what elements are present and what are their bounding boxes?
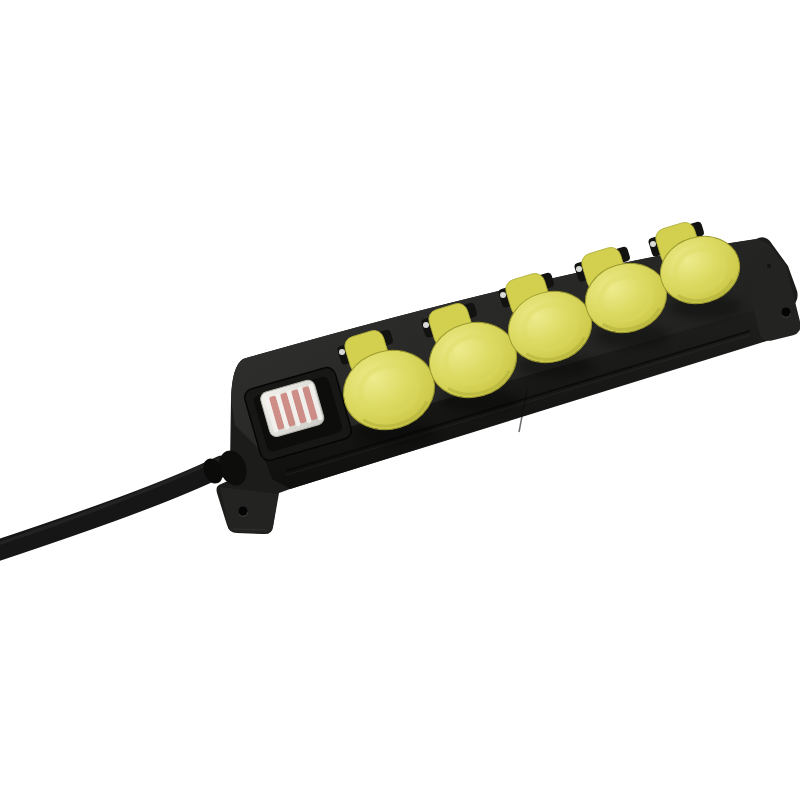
right-flange-dimple [767,264,771,268]
hinge-pin [576,266,582,272]
left-mounting-flange [220,487,278,533]
right-screw-hole [782,308,791,317]
left-flange-face [220,487,278,533]
hinge-pin [339,349,345,355]
hinge-pin [650,241,656,247]
product-photo [0,0,800,800]
hinge-pin [500,292,506,298]
left-screw-hole [239,507,248,516]
hinge-pin [423,322,429,328]
